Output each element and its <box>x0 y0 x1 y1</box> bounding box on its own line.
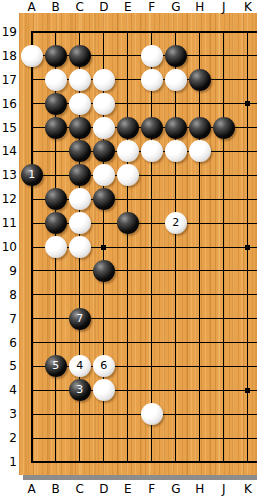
stone-black-C13[interactable] <box>69 164 91 186</box>
coord-label-left-18: 18 <box>0 48 17 64</box>
board-shadow <box>23 475 257 480</box>
coord-label-left-2: 2 <box>0 430 17 446</box>
stone-black-F15[interactable] <box>141 117 163 139</box>
stone-black-G15[interactable] <box>165 117 187 139</box>
grid-line-row-4 <box>31 390 257 391</box>
coord-label-left-16: 16 <box>0 96 17 112</box>
move-number-label: 7 <box>76 312 83 325</box>
stone-white-D15[interactable] <box>93 117 115 139</box>
stone-white-D16[interactable] <box>93 93 115 115</box>
coord-label-left-8: 8 <box>0 287 17 303</box>
stone-white-D17[interactable] <box>93 69 115 91</box>
coord-label-left-15: 15 <box>0 120 17 136</box>
coord-label-top-G: G <box>164 0 188 14</box>
move-number-label: 2 <box>172 216 179 229</box>
stone-white-C12[interactable] <box>69 188 91 210</box>
move-number-label: 3 <box>76 383 83 396</box>
coord-label-bottom-J: J <box>212 482 236 496</box>
stone-black-E11[interactable] <box>117 212 139 234</box>
stone-black-B15[interactable] <box>45 117 67 139</box>
coord-label-top-J: J <box>212 0 236 14</box>
coord-label-bottom-F: F <box>140 482 164 496</box>
coord-label-left-12: 12 <box>0 191 17 207</box>
stone-black-C4[interactable]: 3 <box>69 379 91 401</box>
coord-label-left-17: 17 <box>0 72 17 88</box>
grid-line-row-1 <box>31 461 257 463</box>
stone-white-G17[interactable] <box>165 69 187 91</box>
grid-line-row-2 <box>31 438 257 439</box>
stone-black-H17[interactable] <box>189 69 211 91</box>
coord-label-left-19: 19 <box>0 24 17 40</box>
coord-label-bottom-C: C <box>68 482 92 496</box>
coord-label-top-D: D <box>92 0 116 14</box>
coord-label-left-13: 13 <box>0 167 17 183</box>
move-number-label: 1 <box>28 168 35 181</box>
stone-white-A18[interactable] <box>21 45 43 67</box>
grid-line-row-13 <box>31 175 257 176</box>
stone-black-D9[interactable] <box>93 260 115 282</box>
coord-label-top-H: H <box>188 0 212 14</box>
star-point-K16 <box>245 101 250 106</box>
star-point-K10 <box>245 245 250 250</box>
stone-black-C15[interactable] <box>69 117 91 139</box>
stone-black-D12[interactable] <box>93 188 115 210</box>
coord-label-left-3: 3 <box>0 406 17 422</box>
coord-label-left-6: 6 <box>0 335 17 351</box>
coord-label-bottom-A: A <box>20 482 44 496</box>
coord-label-bottom-H: H <box>188 482 212 496</box>
stone-black-J15[interactable] <box>213 117 235 139</box>
grid-line-row-19 <box>31 31 257 33</box>
stone-white-D13[interactable] <box>93 164 115 186</box>
stone-white-C10[interactable] <box>69 236 91 258</box>
stone-white-F3[interactable] <box>141 403 163 425</box>
coord-label-top-C: C <box>68 0 92 14</box>
coord-label-top-K: K <box>236 0 257 14</box>
stone-white-C11[interactable] <box>69 212 91 234</box>
coord-label-bottom-D: D <box>92 482 116 496</box>
star-point-K4 <box>245 388 250 393</box>
coord-label-left-1: 1 <box>0 454 17 470</box>
star-point-D10 <box>101 245 106 250</box>
stone-white-B10[interactable] <box>45 236 67 258</box>
coord-label-left-10: 10 <box>0 239 17 255</box>
stone-black-A13[interactable]: 1 <box>21 164 43 186</box>
coord-label-left-5: 5 <box>0 358 17 374</box>
coord-label-top-B: B <box>44 0 68 14</box>
coord-label-left-7: 7 <box>0 311 17 327</box>
stone-white-C16[interactable] <box>69 93 91 115</box>
coord-label-left-11: 11 <box>0 215 17 231</box>
stone-black-B11[interactable] <box>45 212 67 234</box>
grid-line-row-6 <box>31 342 257 343</box>
go-diagram: 1275463 AABBCCDDEEFFGGHHJJKK191817161514… <box>0 0 257 500</box>
stone-black-G18[interactable] <box>165 45 187 67</box>
stone-white-E13[interactable] <box>117 164 139 186</box>
coord-label-top-E: E <box>116 0 140 14</box>
stone-black-C18[interactable] <box>69 45 91 67</box>
stone-white-F18[interactable] <box>141 45 163 67</box>
stone-white-B17[interactable] <box>45 69 67 91</box>
coord-label-left-14: 14 <box>0 143 17 159</box>
stone-white-G11[interactable]: 2 <box>165 212 187 234</box>
move-number-label: 4 <box>76 359 83 372</box>
stone-black-E15[interactable] <box>117 117 139 139</box>
grid-line-row-7 <box>31 318 257 319</box>
stone-white-F17[interactable] <box>141 69 163 91</box>
coord-label-bottom-G: G <box>164 482 188 496</box>
coord-label-bottom-E: E <box>116 482 140 496</box>
move-number-label: 5 <box>52 359 59 372</box>
grid-line-row-9 <box>31 270 257 271</box>
stone-black-H15[interactable] <box>189 117 211 139</box>
coord-label-top-F: F <box>140 0 164 14</box>
stone-white-C17[interactable] <box>69 69 91 91</box>
stone-black-B16[interactable] <box>45 93 67 115</box>
stone-black-C7[interactable]: 7 <box>69 308 91 330</box>
stone-black-B12[interactable] <box>45 188 67 210</box>
move-number-label: 6 <box>100 359 107 372</box>
coord-label-left-9: 9 <box>0 263 17 279</box>
coord-label-bottom-K: K <box>236 482 257 496</box>
stone-black-B18[interactable] <box>45 45 67 67</box>
stone-white-D4[interactable] <box>93 379 115 401</box>
coord-label-bottom-B: B <box>44 482 68 496</box>
coord-label-top-A: A <box>20 0 44 14</box>
grid-line-row-8 <box>31 294 257 295</box>
coord-label-left-4: 4 <box>0 382 17 398</box>
